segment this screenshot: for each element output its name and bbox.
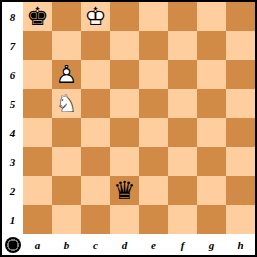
square-h6[interactable]	[226, 60, 255, 89]
square-e6[interactable]	[139, 60, 168, 89]
square-d3[interactable]	[110, 147, 139, 176]
white-pawn[interactable]: ♟♙	[52, 60, 81, 89]
square-b8[interactable]	[52, 2, 81, 31]
square-f7[interactable]	[168, 31, 197, 60]
board: ♚♚♔♟♙♞♘♛	[23, 2, 255, 234]
square-h7[interactable]	[226, 31, 255, 60]
square-d5[interactable]	[110, 89, 139, 118]
square-e8[interactable]	[139, 2, 168, 31]
square-c5[interactable]	[81, 89, 110, 118]
square-a8[interactable]: ♚	[23, 2, 52, 31]
square-f1[interactable]	[168, 205, 197, 234]
square-d8[interactable]	[110, 2, 139, 31]
square-e1[interactable]	[139, 205, 168, 234]
chess-diagram: 87654321 ♚♚♔♟♙♞♘♛ abcdefgh	[0, 0, 257, 257]
square-b3[interactable]	[52, 147, 81, 176]
file-labels: abcdefgh	[23, 234, 255, 255]
square-a6[interactable]	[23, 60, 52, 89]
rank-labels: 87654321	[2, 2, 23, 234]
square-a5[interactable]	[23, 89, 52, 118]
square-c8[interactable]: ♚♔	[81, 2, 110, 31]
square-a4[interactable]	[23, 118, 52, 147]
square-f6[interactable]	[168, 60, 197, 89]
white-knight[interactable]: ♞♘	[52, 89, 81, 118]
white-knight-outline: ♘	[52, 89, 81, 118]
square-h5[interactable]	[226, 89, 255, 118]
square-b5[interactable]: ♞♘	[52, 89, 81, 118]
square-a3[interactable]	[23, 147, 52, 176]
square-f5[interactable]	[168, 89, 197, 118]
file-label-h: h	[226, 234, 255, 255]
file-label-d: d	[110, 234, 139, 255]
file-label-e: e	[139, 234, 168, 255]
square-g7[interactable]	[197, 31, 226, 60]
square-e5[interactable]	[139, 89, 168, 118]
square-g2[interactable]	[197, 176, 226, 205]
rank-label-6: 6	[2, 60, 23, 89]
square-a7[interactable]	[23, 31, 52, 60]
square-g4[interactable]	[197, 118, 226, 147]
file-label-g: g	[197, 234, 226, 255]
square-h1[interactable]	[226, 205, 255, 234]
square-g5[interactable]	[197, 89, 226, 118]
square-d7[interactable]	[110, 31, 139, 60]
white-king[interactable]: ♚♔	[81, 2, 110, 31]
square-c2[interactable]	[81, 176, 110, 205]
square-f3[interactable]	[168, 147, 197, 176]
file-label-c: c	[81, 234, 110, 255]
square-d2[interactable]: ♛	[110, 176, 139, 205]
black-to-move-indicator	[5, 237, 21, 253]
black-king[interactable]: ♚	[23, 2, 52, 31]
rank-label-4: 4	[2, 118, 23, 147]
rank-label-3: 3	[2, 147, 23, 176]
square-b2[interactable]	[52, 176, 81, 205]
square-b4[interactable]	[52, 118, 81, 147]
white-king-outline: ♔	[81, 2, 110, 31]
square-a1[interactable]	[23, 205, 52, 234]
square-c7[interactable]	[81, 31, 110, 60]
square-b1[interactable]	[52, 205, 81, 234]
square-b6[interactable]: ♟♙	[52, 60, 81, 89]
square-c3[interactable]	[81, 147, 110, 176]
square-g8[interactable]	[197, 2, 226, 31]
square-f4[interactable]	[168, 118, 197, 147]
square-d4[interactable]	[110, 118, 139, 147]
square-d6[interactable]	[110, 60, 139, 89]
square-g6[interactable]	[197, 60, 226, 89]
black-queen[interactable]: ♛	[110, 176, 139, 205]
corner-cell	[2, 234, 23, 255]
square-a2[interactable]	[23, 176, 52, 205]
square-f2[interactable]	[168, 176, 197, 205]
square-f8[interactable]	[168, 2, 197, 31]
square-d1[interactable]	[110, 205, 139, 234]
rank-label-2: 2	[2, 176, 23, 205]
square-g1[interactable]	[197, 205, 226, 234]
square-g3[interactable]	[197, 147, 226, 176]
square-e7[interactable]	[139, 31, 168, 60]
square-h8[interactable]	[226, 2, 255, 31]
rank-label-7: 7	[2, 31, 23, 60]
square-b7[interactable]	[52, 31, 81, 60]
rank-label-5: 5	[2, 89, 23, 118]
square-c1[interactable]	[81, 205, 110, 234]
file-label-a: a	[23, 234, 52, 255]
square-c6[interactable]	[81, 60, 110, 89]
square-e2[interactable]	[139, 176, 168, 205]
square-h3[interactable]	[226, 147, 255, 176]
white-pawn-outline: ♙	[52, 60, 81, 89]
square-e3[interactable]	[139, 147, 168, 176]
square-e4[interactable]	[139, 118, 168, 147]
square-h2[interactable]	[226, 176, 255, 205]
square-c4[interactable]	[81, 118, 110, 147]
file-label-b: b	[52, 234, 81, 255]
square-h4[interactable]	[226, 118, 255, 147]
file-label-f: f	[168, 234, 197, 255]
rank-label-1: 1	[2, 205, 23, 234]
rank-label-8: 8	[2, 2, 23, 31]
